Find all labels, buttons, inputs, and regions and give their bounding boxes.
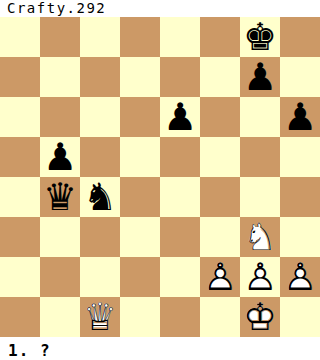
square-b2[interactable] bbox=[40, 257, 80, 297]
white-pawn[interactable]: ♟♙ bbox=[280, 257, 320, 297]
square-d2[interactable] bbox=[120, 257, 160, 297]
square-h7[interactable] bbox=[280, 57, 320, 97]
square-f3[interactable] bbox=[200, 217, 240, 257]
square-e8[interactable] bbox=[160, 17, 200, 57]
square-f7[interactable] bbox=[200, 57, 240, 97]
square-a2[interactable] bbox=[0, 257, 40, 297]
square-d5[interactable] bbox=[120, 137, 160, 177]
square-g6[interactable] bbox=[240, 97, 280, 137]
square-h2[interactable]: ♟♙ bbox=[280, 257, 320, 297]
square-f1[interactable] bbox=[200, 297, 240, 337]
square-e7[interactable] bbox=[160, 57, 200, 97]
square-h4[interactable] bbox=[280, 177, 320, 217]
white-queen[interactable]: ♛♕ bbox=[80, 297, 120, 337]
square-h5[interactable] bbox=[280, 137, 320, 177]
square-c4[interactable]: ♞ bbox=[80, 177, 120, 217]
square-a1[interactable] bbox=[0, 297, 40, 337]
piece-outline: ♙ bbox=[240, 257, 280, 297]
square-c7[interactable] bbox=[80, 57, 120, 97]
square-b8[interactable] bbox=[40, 17, 80, 57]
white-pawn[interactable]: ♟♙ bbox=[200, 257, 240, 297]
square-g2[interactable]: ♟♙ bbox=[240, 257, 280, 297]
square-f4[interactable] bbox=[200, 177, 240, 217]
square-c3[interactable] bbox=[80, 217, 120, 257]
square-a3[interactable] bbox=[0, 217, 40, 257]
square-g7[interactable]: ♟ bbox=[240, 57, 280, 97]
square-b5[interactable]: ♟ bbox=[40, 137, 80, 177]
white-pawn[interactable]: ♟♙ bbox=[240, 257, 280, 297]
square-e3[interactable] bbox=[160, 217, 200, 257]
square-e6[interactable]: ♟ bbox=[160, 97, 200, 137]
square-a6[interactable] bbox=[0, 97, 40, 137]
black-pawn[interactable]: ♟ bbox=[280, 97, 320, 137]
square-a5[interactable] bbox=[0, 137, 40, 177]
black-pawn[interactable]: ♟ bbox=[240, 57, 280, 97]
square-a8[interactable] bbox=[0, 17, 40, 57]
piece-outline: ♕ bbox=[80, 297, 120, 337]
square-a4[interactable] bbox=[0, 177, 40, 217]
square-f8[interactable] bbox=[200, 17, 240, 57]
square-c6[interactable] bbox=[80, 97, 120, 137]
square-e4[interactable] bbox=[160, 177, 200, 217]
white-king[interactable]: ♚♔ bbox=[240, 297, 280, 337]
square-c5[interactable] bbox=[80, 137, 120, 177]
square-f5[interactable] bbox=[200, 137, 240, 177]
square-d7[interactable] bbox=[120, 57, 160, 97]
square-b6[interactable] bbox=[40, 97, 80, 137]
square-b3[interactable] bbox=[40, 217, 80, 257]
square-d1[interactable] bbox=[120, 297, 160, 337]
piece-outline: ♔ bbox=[240, 297, 280, 337]
square-f2[interactable]: ♟♙ bbox=[200, 257, 240, 297]
square-e1[interactable] bbox=[160, 297, 200, 337]
crafty-window: Crafty.292 ♚♟♟♟♟♛♞♞♘♟♙♟♙♟♙♛♕♚♔ 1. ? bbox=[0, 0, 320, 360]
piece-outline: ♙ bbox=[280, 257, 320, 297]
square-d4[interactable] bbox=[120, 177, 160, 217]
square-g8[interactable]: ♚ bbox=[240, 17, 280, 57]
square-g3[interactable]: ♞♘ bbox=[240, 217, 280, 257]
square-h6[interactable]: ♟ bbox=[280, 97, 320, 137]
piece-outline: ♙ bbox=[200, 257, 240, 297]
white-knight[interactable]: ♞♘ bbox=[240, 217, 280, 257]
square-h1[interactable] bbox=[280, 297, 320, 337]
square-c1[interactable]: ♛♕ bbox=[80, 297, 120, 337]
square-h3[interactable] bbox=[280, 217, 320, 257]
square-c8[interactable] bbox=[80, 17, 120, 57]
square-b4[interactable]: ♛ bbox=[40, 177, 80, 217]
square-d6[interactable] bbox=[120, 97, 160, 137]
square-a7[interactable] bbox=[0, 57, 40, 97]
black-pawn[interactable]: ♟ bbox=[40, 137, 80, 177]
piece-outline: ♘ bbox=[240, 217, 280, 257]
black-king[interactable]: ♚ bbox=[240, 17, 280, 57]
square-g5[interactable] bbox=[240, 137, 280, 177]
black-pawn[interactable]: ♟ bbox=[160, 97, 200, 137]
square-c2[interactable] bbox=[80, 257, 120, 297]
black-knight[interactable]: ♞ bbox=[80, 177, 120, 217]
square-d8[interactable] bbox=[120, 17, 160, 57]
square-e5[interactable] bbox=[160, 137, 200, 177]
square-g1[interactable]: ♚♔ bbox=[240, 297, 280, 337]
square-b1[interactable] bbox=[40, 297, 80, 337]
chess-board: ♚♟♟♟♟♛♞♞♘♟♙♟♙♟♙♛♕♚♔ bbox=[0, 17, 320, 337]
square-d3[interactable] bbox=[120, 217, 160, 257]
square-f6[interactable] bbox=[200, 97, 240, 137]
square-g4[interactable] bbox=[240, 177, 280, 217]
square-h8[interactable] bbox=[280, 17, 320, 57]
black-queen[interactable]: ♛ bbox=[40, 177, 80, 217]
move-prompt: 1. ? bbox=[0, 337, 320, 360]
square-b7[interactable] bbox=[40, 57, 80, 97]
square-e2[interactable] bbox=[160, 257, 200, 297]
